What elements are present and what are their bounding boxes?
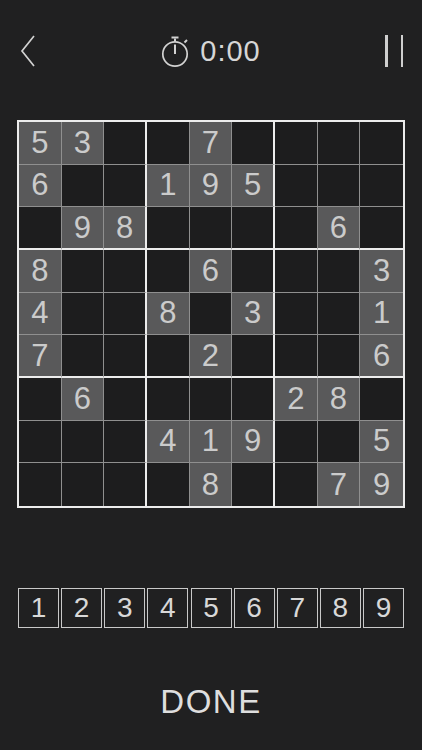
cell-r3c3: 8 — [104, 207, 147, 250]
cell-r3c1[interactable] — [19, 207, 62, 250]
cell-r8c5: 1 — [190, 421, 233, 464]
cell-r1c6[interactable] — [232, 122, 275, 165]
cell-r3c7[interactable] — [275, 207, 318, 250]
cell-r5c5[interactable] — [190, 293, 233, 336]
top-bar: 0:00 — [0, 0, 422, 90]
cell-r9c8: 7 — [318, 463, 361, 506]
cell-r5c6: 3 — [232, 293, 275, 336]
cell-r9c1[interactable] — [19, 463, 62, 506]
cell-r5c2[interactable] — [62, 293, 105, 336]
cell-r8c3[interactable] — [104, 421, 147, 464]
numpad-1[interactable]: 1 — [18, 588, 59, 628]
cell-r4c2[interactable] — [62, 250, 105, 293]
cell-r2c2[interactable] — [62, 165, 105, 208]
cell-r3c6[interactable] — [232, 207, 275, 250]
cell-r2c1: 6 — [19, 165, 62, 208]
cell-r2c5: 9 — [190, 165, 233, 208]
numpad-5[interactable]: 5 — [191, 588, 232, 628]
cell-r4c4[interactable] — [147, 250, 190, 293]
cell-r6c1: 7 — [19, 335, 62, 378]
cell-r2c6: 5 — [232, 165, 275, 208]
cell-r9c4[interactable] — [147, 463, 190, 506]
pause-button[interactable] — [385, 35, 403, 67]
cell-r2c4: 1 — [147, 165, 190, 208]
cell-r8c9: 5 — [360, 421, 403, 464]
numpad-9[interactable]: 9 — [363, 588, 404, 628]
numpad-2[interactable]: 2 — [61, 588, 102, 628]
cell-r7c9[interactable] — [360, 378, 403, 421]
cell-r2c8[interactable] — [318, 165, 361, 208]
pause-icon — [385, 35, 388, 67]
cell-r1c7[interactable] — [275, 122, 318, 165]
done-button[interactable]: DONE — [0, 680, 422, 724]
cell-r9c5: 8 — [190, 463, 233, 506]
cell-r8c1[interactable] — [19, 421, 62, 464]
cell-r1c8[interactable] — [318, 122, 361, 165]
number-pad: 123456789 — [18, 588, 404, 628]
cell-r4c7[interactable] — [275, 250, 318, 293]
cell-r1c5: 7 — [190, 122, 233, 165]
cell-r4c6[interactable] — [232, 250, 275, 293]
cell-r1c1: 5 — [19, 122, 62, 165]
timer-value: 0:00 — [200, 35, 260, 68]
cell-r5c3[interactable] — [104, 293, 147, 336]
cell-r5c9: 1 — [360, 293, 403, 336]
sudoku-app-screen: 0:00 537619598686348317266284195879 1234… — [0, 0, 422, 750]
cell-r6c8[interactable] — [318, 335, 361, 378]
cell-r5c1: 4 — [19, 293, 62, 336]
cell-r4c1: 8 — [19, 250, 62, 293]
cell-r1c9[interactable] — [360, 122, 403, 165]
cell-r6c6[interactable] — [232, 335, 275, 378]
cell-r4c8[interactable] — [318, 250, 361, 293]
cell-r1c3[interactable] — [104, 122, 147, 165]
cell-r4c5: 6 — [190, 250, 233, 293]
cell-r5c8[interactable] — [318, 293, 361, 336]
cell-r8c4: 4 — [147, 421, 190, 464]
cell-r6c9: 6 — [360, 335, 403, 378]
cell-r7c3[interactable] — [104, 378, 147, 421]
numpad-8[interactable]: 8 — [320, 588, 361, 628]
cell-r9c7[interactable] — [275, 463, 318, 506]
cell-r5c7[interactable] — [275, 293, 318, 336]
cell-r4c9: 3 — [360, 250, 403, 293]
cell-r6c7[interactable] — [275, 335, 318, 378]
cell-r5c4: 8 — [147, 293, 190, 336]
cell-r7c6[interactable] — [232, 378, 275, 421]
stopwatch-icon — [161, 33, 191, 69]
cell-r2c9[interactable] — [360, 165, 403, 208]
cell-r2c3[interactable] — [104, 165, 147, 208]
pause-icon — [401, 35, 404, 67]
cell-r2c7[interactable] — [275, 165, 318, 208]
cell-r6c2[interactable] — [62, 335, 105, 378]
cell-r6c3[interactable] — [104, 335, 147, 378]
cell-r4c3[interactable] — [104, 250, 147, 293]
cell-r7c7: 2 — [275, 378, 318, 421]
cell-r1c2: 3 — [62, 122, 105, 165]
cell-r8c8[interactable] — [318, 421, 361, 464]
sudoku-grid: 537619598686348317266284195879 — [17, 120, 405, 508]
cell-r7c1[interactable] — [19, 378, 62, 421]
cell-r3c2: 9 — [62, 207, 105, 250]
cell-r8c2[interactable] — [62, 421, 105, 464]
cell-r9c6[interactable] — [232, 463, 275, 506]
cell-r7c4[interactable] — [147, 378, 190, 421]
cell-r9c3[interactable] — [104, 463, 147, 506]
cell-r3c5[interactable] — [190, 207, 233, 250]
cell-r6c5: 2 — [190, 335, 233, 378]
cell-r8c6: 9 — [232, 421, 275, 464]
cell-r1c4[interactable] — [147, 122, 190, 165]
cell-r3c9[interactable] — [360, 207, 403, 250]
numpad-4[interactable]: 4 — [147, 588, 188, 628]
cell-r6c4[interactable] — [147, 335, 190, 378]
cell-r7c2: 6 — [62, 378, 105, 421]
cell-r8c7[interactable] — [275, 421, 318, 464]
numpad-6[interactable]: 6 — [234, 588, 275, 628]
numpad-7[interactable]: 7 — [277, 588, 318, 628]
cell-r9c2[interactable] — [62, 463, 105, 506]
cell-r3c8: 6 — [318, 207, 361, 250]
cell-r7c5[interactable] — [190, 378, 233, 421]
cell-r9c9: 9 — [360, 463, 403, 506]
cell-r7c8: 8 — [318, 378, 361, 421]
cell-r3c4[interactable] — [147, 207, 190, 250]
timer: 0:00 — [0, 30, 422, 72]
numpad-3[interactable]: 3 — [104, 588, 145, 628]
